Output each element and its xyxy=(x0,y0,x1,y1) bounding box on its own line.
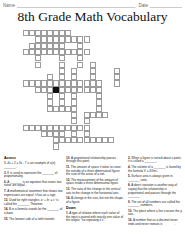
grid-cell xyxy=(84,49,90,55)
clue-column-right: 2. When a figure is turned about a point… xyxy=(128,156,183,228)
grid-cell xyxy=(84,36,90,42)
section-header-down: Down xyxy=(66,206,124,210)
clue-column-left: Across1. 4x + 2 = 3x - 7 is an example o… xyxy=(4,156,64,222)
clue-item: 13. Used for right triangles: a² + b² = … xyxy=(4,198,64,205)
clue-item: 10. A proportional relationship passes t… xyxy=(66,156,124,163)
grid-cell xyxy=(53,143,59,149)
clue-item: 13. The ratio of the change in the verti… xyxy=(66,187,124,194)
grid-cell xyxy=(114,80,120,86)
grid-cell xyxy=(35,62,41,68)
name-label: Name xyxy=(3,3,15,8)
clue-item: 2. When a figure is turned about a point… xyxy=(128,156,183,163)
clue-item: 4. The volume of a _______ is found by t… xyxy=(128,165,183,172)
date-label: Date xyxy=(138,3,148,8)
worksheet-page: Name Date 8th Grade Math Vocabulary Acro… xyxy=(0,0,185,240)
clue-column-middle: 10. A proportional relationship passes t… xyxy=(66,156,124,224)
clue-item: 1. 4x + 2 = 3x - 7 is an example of a(n)… xyxy=(4,162,64,169)
clue-item: 3. K is used to represent the _______ of… xyxy=(4,171,64,178)
clue-item: 12. The measurement of the amount of spa… xyxy=(66,178,124,185)
clue-item: 11. The amount of space it takes to cove… xyxy=(66,165,124,176)
clue-item: 16. A number that as a decimal never end… xyxy=(128,218,183,225)
page-title: 8th Grade Math Vocabulary xyxy=(0,9,185,25)
clue-item: 10. The place where a line crosses the y… xyxy=(128,209,183,216)
clue-item: 6. A _______ is an equation that states … xyxy=(4,180,64,187)
grid-cell xyxy=(102,112,108,118)
grid-cell xyxy=(77,62,83,68)
name-date-row: Name Date xyxy=(3,2,182,8)
clue-item: 15. The longest side of a right triangle… xyxy=(4,217,64,221)
clue-item: 8. A direct variation is another way of … xyxy=(128,184,183,198)
name-blank-line xyxy=(17,2,135,8)
clue-item: 9. The set of all numbers are called the… xyxy=(128,200,183,207)
clue-item: 14. A change in the size, but not the sh… xyxy=(66,196,124,203)
section-header-across: Across xyxy=(4,156,64,160)
date-blank-line xyxy=(150,2,182,8)
clue-item: 7. A mathematical statement that shows t… xyxy=(4,189,64,196)
grid-cell xyxy=(108,137,114,143)
clue-item: 1. A type of relation where each value o… xyxy=(66,211,124,222)
clue-item: 14. B in a formula stands for the ______… xyxy=(4,208,64,215)
clue-item: 5. Surface area is always given in _____… xyxy=(128,174,183,181)
